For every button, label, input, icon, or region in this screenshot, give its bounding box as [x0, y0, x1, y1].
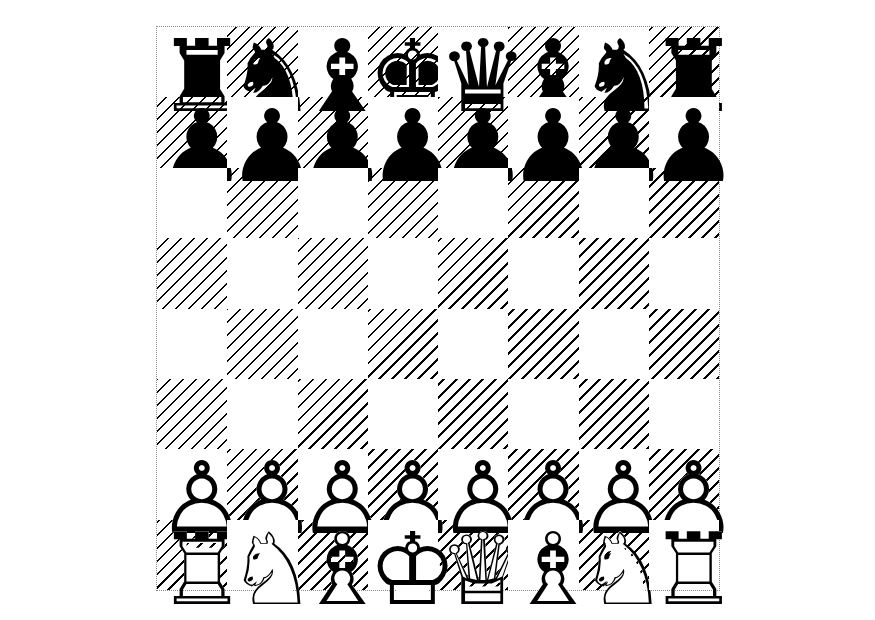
square-f2: ♟♙: [508, 449, 578, 519]
piece-black-pawn: ♟: [438, 97, 508, 167]
square-f4: [508, 309, 578, 379]
piece-white-pawn: ♟♙: [368, 449, 438, 519]
square-g6: [579, 168, 649, 238]
piece-black-queen: ♛: [438, 27, 508, 97]
piece-black-bishop: ♝: [298, 27, 368, 97]
square-a8: ♜: [157, 27, 227, 97]
piece-white-bishop: ♝♗: [508, 520, 578, 590]
square-e7: ♟: [438, 97, 508, 167]
square-d1: ♚♔: [368, 520, 438, 590]
piece-white-pawn: ♟♙: [508, 449, 578, 519]
piece-white-rook: ♜♖: [157, 520, 227, 590]
piece-black-pawn: ♟: [157, 97, 227, 167]
piece-black-pawn: ♟: [649, 97, 719, 167]
square-c3: [298, 379, 368, 449]
square-c1: ♝♗: [298, 520, 368, 590]
square-h7: ♟: [649, 97, 719, 167]
square-d3: [368, 379, 438, 449]
square-a1: ♜♖: [157, 520, 227, 590]
piece-white-knight: ♞♘: [579, 520, 649, 590]
square-f5: [508, 238, 578, 308]
piece-black-pawn: ♟: [298, 97, 368, 167]
square-h4: [649, 309, 719, 379]
piece-black-rook: ♜: [157, 27, 227, 97]
square-e5: [438, 238, 508, 308]
square-a6: [157, 168, 227, 238]
square-h2: ♟♙: [649, 449, 719, 519]
square-h3: [649, 379, 719, 449]
square-b3: [227, 379, 297, 449]
piece-white-bishop: ♝♗: [298, 520, 368, 590]
piece-black-bishop: ♝: [508, 27, 578, 97]
square-b2: ♟♙: [227, 449, 297, 519]
square-a5: [157, 238, 227, 308]
piece-white-pawn: ♟♙: [438, 449, 508, 519]
square-c7: ♟: [298, 97, 368, 167]
piece-black-rook: ♜: [649, 27, 719, 97]
piece-white-rook: ♜♖: [649, 520, 719, 590]
square-f3: [508, 379, 578, 449]
square-g1: ♞♘: [579, 520, 649, 590]
square-a3: [157, 379, 227, 449]
square-h1: ♜♖: [649, 520, 719, 590]
piece-black-king: ♚: [368, 27, 438, 97]
square-c2: ♟♙: [298, 449, 368, 519]
piece-black-pawn: ♟: [368, 97, 438, 167]
square-c8: ♝: [298, 27, 368, 97]
square-h8: ♜: [649, 27, 719, 97]
square-d7: ♟: [368, 97, 438, 167]
piece-black-pawn: ♟: [227, 97, 297, 167]
square-f6: [508, 168, 578, 238]
square-e3: [438, 379, 508, 449]
square-c5: [298, 238, 368, 308]
square-b6: [227, 168, 297, 238]
square-a2: ♟♙: [157, 449, 227, 519]
square-b1: ♞♘: [227, 520, 297, 590]
chess-board: ♜♞♝♚♛♝♞♜♟♟♟♟♟♟♟♟♟♙♟♙♟♙♟♙♟♙♟♙♟♙♟♙♜♖♞♘♝♗♚♔…: [157, 27, 719, 590]
square-g3: [579, 379, 649, 449]
square-d2: ♟♙: [368, 449, 438, 519]
square-b8: ♞: [227, 27, 297, 97]
square-d4: [368, 309, 438, 379]
square-h5: [649, 238, 719, 308]
square-c4: [298, 309, 368, 379]
piece-white-pawn: ♟♙: [298, 449, 368, 519]
piece-white-pawn: ♟♙: [579, 449, 649, 519]
square-g5: [579, 238, 649, 308]
piece-black-pawn: ♟: [579, 97, 649, 167]
square-b5: [227, 238, 297, 308]
piece-white-queen: ♛♕: [438, 520, 508, 590]
square-d8: ♚: [368, 27, 438, 97]
square-a7: ♟: [157, 97, 227, 167]
piece-white-king: ♚♔: [368, 520, 438, 590]
square-h6: [649, 168, 719, 238]
piece-white-pawn: ♟♙: [649, 449, 719, 519]
piece-white-knight: ♞♘: [227, 520, 297, 590]
square-g7: ♟: [579, 97, 649, 167]
square-d5: [368, 238, 438, 308]
square-g8: ♞: [579, 27, 649, 97]
square-f1: ♝♗: [508, 520, 578, 590]
square-e4: [438, 309, 508, 379]
square-a4: [157, 309, 227, 379]
square-b7: ♟: [227, 97, 297, 167]
square-e1: ♛♕: [438, 520, 508, 590]
piece-black-pawn: ♟: [508, 97, 578, 167]
piece-white-pawn: ♟♙: [157, 449, 227, 519]
square-f7: ♟: [508, 97, 578, 167]
square-e6: [438, 168, 508, 238]
square-d6: [368, 168, 438, 238]
piece-black-knight: ♞: [227, 27, 297, 97]
square-e2: ♟♙: [438, 449, 508, 519]
square-e8: ♛: [438, 27, 508, 97]
square-g4: [579, 309, 649, 379]
square-g2: ♟♙: [579, 449, 649, 519]
page-background: ♜♞♝♚♛♝♞♜♟♟♟♟♟♟♟♟♟♙♟♙♟♙♟♙♟♙♟♙♟♙♟♙♜♖♞♘♝♗♚♔…: [0, 0, 875, 620]
piece-black-knight: ♞: [579, 27, 649, 97]
square-b4: [227, 309, 297, 379]
piece-white-pawn: ♟♙: [227, 449, 297, 519]
square-c6: [298, 168, 368, 238]
square-f8: ♝: [508, 27, 578, 97]
